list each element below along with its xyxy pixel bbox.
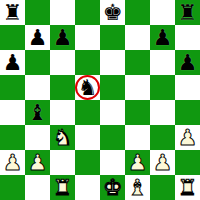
square-c7[interactable]: ♟	[50, 25, 75, 50]
square-a4[interactable]	[0, 100, 25, 125]
square-a6[interactable]: ♟	[0, 50, 25, 75]
square-c5[interactable]	[50, 75, 75, 100]
square-e1[interactable]: ♚	[100, 175, 125, 200]
square-d1[interactable]	[75, 175, 100, 200]
black-pawn[interactable]: ♟	[28, 25, 48, 50]
square-e3[interactable]	[100, 125, 125, 150]
square-f6[interactable]	[125, 50, 150, 75]
white-pawn[interactable]: ♟	[3, 150, 23, 175]
square-f3[interactable]	[125, 125, 150, 150]
square-b4[interactable]: ♝	[25, 100, 50, 125]
black-knight[interactable]: ♞	[78, 75, 98, 100]
square-h4[interactable]	[175, 100, 200, 125]
square-g1[interactable]	[150, 175, 175, 200]
square-a3[interactable]	[0, 125, 25, 150]
square-a1[interactable]	[0, 175, 25, 200]
white-pawn[interactable]: ♟	[28, 150, 48, 175]
square-f5[interactable]	[125, 75, 150, 100]
square-f7[interactable]	[125, 25, 150, 50]
square-d3[interactable]	[75, 125, 100, 150]
square-d4[interactable]	[75, 100, 100, 125]
square-d2[interactable]	[75, 150, 100, 175]
square-h3[interactable]: ♟	[175, 125, 200, 150]
square-h5[interactable]	[175, 75, 200, 100]
square-a2[interactable]: ♟	[0, 150, 25, 175]
white-rook[interactable]: ♜	[53, 175, 73, 200]
square-h8[interactable]: ♜	[175, 0, 200, 25]
square-e5[interactable]	[100, 75, 125, 100]
square-b8[interactable]	[25, 0, 50, 25]
square-c8[interactable]	[50, 0, 75, 25]
square-e2[interactable]	[100, 150, 125, 175]
square-c4[interactable]	[50, 100, 75, 125]
square-a5[interactable]	[0, 75, 25, 100]
black-pawn[interactable]: ♟	[3, 50, 23, 75]
square-h1[interactable]: ♜	[175, 175, 200, 200]
square-a7[interactable]	[0, 25, 25, 50]
square-f4[interactable]	[125, 100, 150, 125]
square-d5[interactable]: ♞	[75, 75, 100, 100]
black-bishop[interactable]: ♝	[28, 100, 48, 125]
black-king[interactable]: ♚	[103, 0, 123, 25]
square-a8[interactable]: ♜	[0, 0, 25, 25]
white-king[interactable]: ♚	[103, 175, 123, 200]
black-pawn[interactable]: ♟	[178, 50, 198, 75]
square-b7[interactable]: ♟	[25, 25, 50, 50]
square-f8[interactable]	[125, 0, 150, 25]
square-c1[interactable]: ♜	[50, 175, 75, 200]
square-d8[interactable]	[75, 0, 100, 25]
square-g7[interactable]: ♟	[150, 25, 175, 50]
square-c2[interactable]	[50, 150, 75, 175]
square-g5[interactable]	[150, 75, 175, 100]
black-pawn[interactable]: ♟	[53, 25, 73, 50]
square-c3[interactable]: ♞	[50, 125, 75, 150]
square-e6[interactable]	[100, 50, 125, 75]
square-b6[interactable]	[25, 50, 50, 75]
white-pawn[interactable]: ♟	[153, 150, 173, 175]
square-e7[interactable]	[100, 25, 125, 50]
black-pawn[interactable]: ♟	[153, 25, 173, 50]
square-g6[interactable]	[150, 50, 175, 75]
square-e8[interactable]: ♚	[100, 0, 125, 25]
square-h7[interactable]	[175, 25, 200, 50]
white-pawn[interactable]: ♟	[128, 150, 148, 175]
square-d7[interactable]	[75, 25, 100, 50]
white-rook[interactable]: ♜	[178, 175, 198, 200]
black-rook[interactable]: ♜	[178, 0, 198, 25]
square-h6[interactable]: ♟	[175, 50, 200, 75]
square-f2[interactable]: ♟	[125, 150, 150, 175]
square-h2[interactable]	[175, 150, 200, 175]
chess-board: ♜♚♜♟♟♟♟♟♞♝♞♟♟♟♟♟♜♚♝♜	[0, 0, 200, 200]
white-knight[interactable]: ♞	[53, 125, 73, 150]
square-b3[interactable]	[25, 125, 50, 150]
square-c6[interactable]	[50, 50, 75, 75]
square-f1[interactable]: ♝	[125, 175, 150, 200]
black-rook[interactable]: ♜	[3, 0, 23, 25]
square-g3[interactable]	[150, 125, 175, 150]
square-g4[interactable]	[150, 100, 175, 125]
square-b2[interactable]: ♟	[25, 150, 50, 175]
square-g8[interactable]	[150, 0, 175, 25]
square-g2[interactable]: ♟	[150, 150, 175, 175]
square-d6[interactable]	[75, 50, 100, 75]
square-b5[interactable]	[25, 75, 50, 100]
white-bishop[interactable]: ♝	[128, 175, 148, 200]
square-b1[interactable]	[25, 175, 50, 200]
square-e4[interactable]	[100, 100, 125, 125]
white-pawn[interactable]: ♟	[178, 125, 198, 150]
